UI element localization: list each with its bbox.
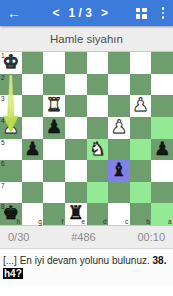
square-d7[interactable]	[87, 182, 109, 204]
square-f3[interactable]: ♜	[43, 95, 65, 117]
current-move[interactable]: h4?	[3, 268, 23, 279]
square-c6[interactable]: ♝	[108, 160, 130, 182]
square-b2[interactable]	[130, 74, 152, 96]
rank-label: 5	[1, 139, 5, 146]
square-d1[interactable]	[87, 52, 109, 74]
square-g3[interactable]	[22, 95, 44, 117]
white-king: ♚	[3, 53, 20, 72]
chess-board: 1♚23♜♟4♟♟♟5♟♞♟6♝78h♚gfe♜dcba	[0, 52, 173, 225]
square-e5[interactable]	[65, 139, 87, 161]
square-a2[interactable]	[151, 74, 173, 96]
square-d8[interactable]: d	[87, 203, 109, 225]
file-label: c	[125, 218, 128, 225]
square-a7[interactable]	[151, 182, 173, 204]
file-label: f	[62, 218, 64, 225]
square-f5[interactable]	[43, 139, 65, 161]
square-h2[interactable]: 2	[0, 74, 22, 96]
puzzle-pager: < 1 / 3 >	[25, 6, 136, 20]
square-h7[interactable]: 7	[0, 182, 22, 204]
square-b7[interactable]	[130, 182, 152, 204]
square-f1[interactable]	[43, 52, 65, 74]
rank-label: 8	[1, 203, 5, 210]
square-b6[interactable]	[130, 160, 152, 182]
rank-label: 4	[1, 117, 5, 124]
annotation-area: [...] En iyi devam yolunu bulunuz. 38. h…	[0, 249, 173, 285]
square-b8[interactable]: b	[130, 203, 152, 225]
square-g8[interactable]: g	[22, 203, 44, 225]
overflow-menu-icon[interactable]	[160, 6, 167, 20]
square-e2[interactable]	[65, 74, 87, 96]
square-e7[interactable]	[65, 182, 87, 204]
square-f8[interactable]: f	[43, 203, 65, 225]
square-e6[interactable]	[65, 160, 87, 182]
square-c2[interactable]	[108, 74, 130, 96]
square-a1[interactable]	[151, 52, 173, 74]
rank-label: 7	[1, 182, 5, 189]
square-d5[interactable]: ♞	[87, 139, 109, 161]
side-to-move-label: Hamle siyahın	[50, 33, 123, 45]
file-label: a	[168, 218, 172, 225]
square-f4[interactable]: ♟	[43, 117, 65, 139]
file-label: e	[81, 218, 85, 225]
square-h4[interactable]: 4♟	[0, 117, 22, 139]
square-d2[interactable]	[87, 74, 109, 96]
square-g2[interactable]	[22, 74, 44, 96]
square-h1[interactable]: 1♚	[0, 52, 22, 74]
move-number: 38.	[153, 255, 167, 266]
rank-label: 2	[1, 74, 5, 81]
square-g6[interactable]	[22, 160, 44, 182]
move-indicator-bar: Hamle siyahın	[0, 26, 173, 52]
white-pawn: ♟	[132, 96, 149, 115]
square-a5[interactable]: ♟	[151, 139, 173, 161]
square-c7[interactable]	[108, 182, 130, 204]
black-pawn: ♟	[46, 118, 63, 137]
square-f7[interactable]	[43, 182, 65, 204]
rank-label: 3	[1, 95, 5, 102]
black-pawn: ♟	[24, 140, 41, 159]
rank-label: 6	[1, 160, 5, 167]
square-h3[interactable]: 3	[0, 95, 22, 117]
square-h5[interactable]: 5	[0, 139, 22, 161]
square-c3[interactable]	[108, 95, 130, 117]
puzzle-id: #486	[71, 231, 95, 243]
square-b5[interactable]	[130, 139, 152, 161]
square-c5[interactable]	[108, 139, 130, 161]
file-label: h	[17, 218, 21, 225]
square-f6[interactable]	[43, 160, 65, 182]
square-b4[interactable]	[130, 117, 152, 139]
square-d3[interactable]	[87, 95, 109, 117]
square-a8[interactable]: a	[151, 203, 173, 225]
square-a4[interactable]	[151, 117, 173, 139]
status-bar: 0/30 #486 00:10	[0, 225, 173, 249]
square-c4[interactable]: ♟	[108, 117, 130, 139]
top-app-bar: ← < 1 / 3 >	[0, 0, 173, 26]
square-a3[interactable]	[151, 95, 173, 117]
square-b3[interactable]: ♟	[130, 95, 152, 117]
square-h6[interactable]: 6	[0, 160, 22, 182]
square-g5[interactable]: ♟	[22, 139, 44, 161]
square-g1[interactable]	[22, 52, 44, 74]
prev-puzzle-button[interactable]: <	[53, 6, 60, 20]
square-c1[interactable]	[108, 52, 130, 74]
square-a6[interactable]	[151, 160, 173, 182]
score-counter: 0/30	[8, 231, 29, 243]
square-e1[interactable]	[65, 52, 87, 74]
square-h8[interactable]: 8h♚	[0, 203, 22, 225]
square-e8[interactable]: e♜	[65, 203, 87, 225]
square-d6[interactable]	[87, 160, 109, 182]
white-pawn: ♟	[3, 118, 20, 137]
file-label: b	[146, 218, 150, 225]
black-pawn: ♟	[154, 140, 171, 159]
next-puzzle-button[interactable]: >	[101, 6, 108, 20]
square-g7[interactable]	[22, 182, 44, 204]
square-c8[interactable]: c	[108, 203, 130, 225]
puzzle-counter: 1 / 3	[69, 6, 92, 20]
square-d4[interactable]	[87, 117, 109, 139]
square-g4[interactable]	[22, 117, 44, 139]
black-bishop: ♝	[111, 161, 128, 180]
square-f2[interactable]	[43, 74, 65, 96]
back-arrow-icon[interactable]: ←	[7, 5, 25, 21]
white-knight: ♞	[89, 140, 106, 159]
annotation-text: [...] En iyi devam yolunu bulunuz.	[3, 255, 150, 266]
square-e4[interactable]	[65, 117, 87, 139]
file-label: g	[38, 218, 42, 225]
white-pawn: ♟	[111, 118, 128, 137]
timer: 00:10	[137, 231, 165, 243]
white-rook: ♜	[46, 96, 63, 115]
file-label: d	[103, 218, 107, 225]
square-b1[interactable]	[130, 52, 152, 74]
square-e3[interactable]	[65, 95, 87, 117]
rank-label: 1	[1, 52, 5, 59]
grid-view-icon[interactable]	[136, 8, 147, 19]
